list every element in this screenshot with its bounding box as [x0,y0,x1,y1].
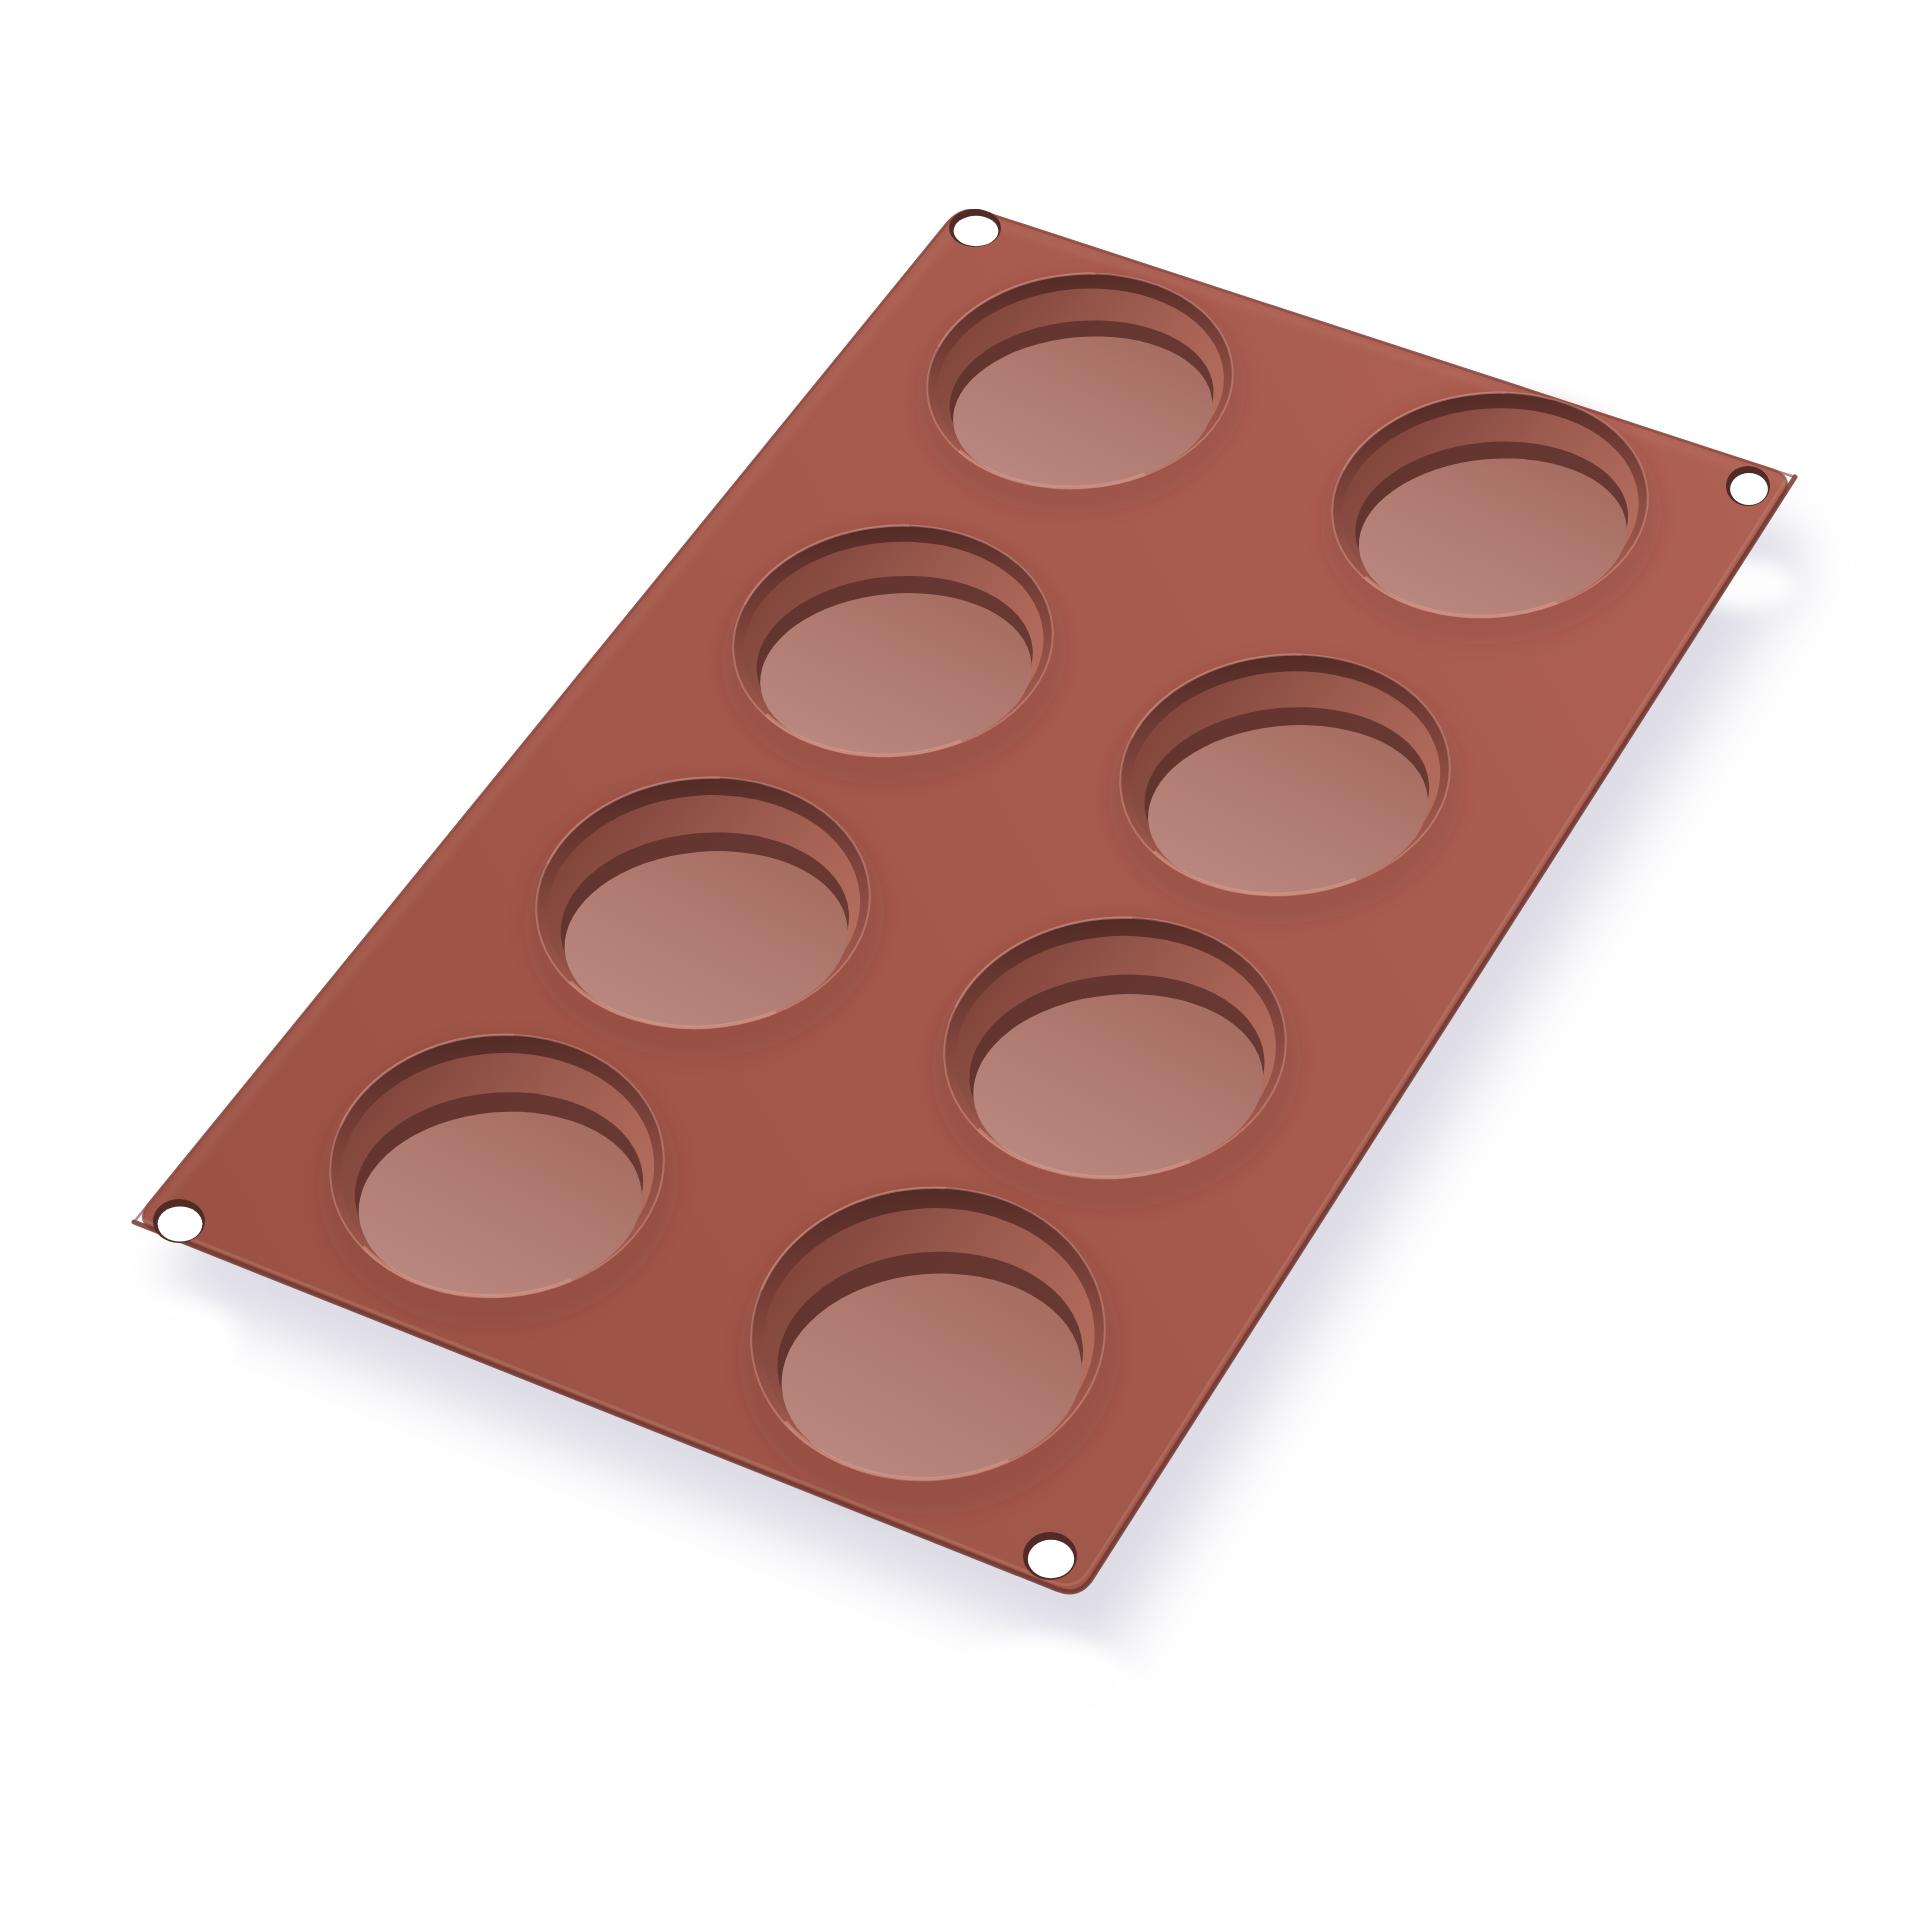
corner-hole [949,209,1001,247]
corner-hole [153,1199,205,1243]
mold-scene [0,0,1920,1920]
corner-hole-opening [954,216,999,246]
mold-render [0,0,1920,1920]
shadow-light-spot [98,1298,238,1378]
corner-hole-opening [1730,473,1768,505]
corner-hole [1726,466,1770,506]
corner-hole-opening [1028,1540,1074,1578]
corner-hole-opening [158,1206,203,1241]
product-photo: Terracotta brown silicone baking mould s… [0,0,1920,1920]
shadow-light-spot [945,1636,1135,1740]
corner-hole [1023,1532,1077,1580]
